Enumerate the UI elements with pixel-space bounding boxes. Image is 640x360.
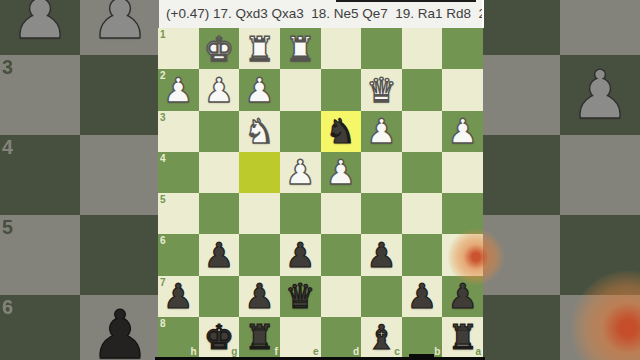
square-a2 xyxy=(560,0,640,55)
square-d7[interactable] xyxy=(321,276,362,317)
rank-label-5: 5 xyxy=(160,195,166,205)
square-b1[interactable] xyxy=(402,28,443,69)
square-e2[interactable] xyxy=(280,69,321,110)
square-a4[interactable] xyxy=(442,152,483,193)
square-c7[interactable] xyxy=(361,276,402,317)
square-d5[interactable] xyxy=(321,193,362,234)
square-h5: 5 xyxy=(0,215,80,295)
square-a5 xyxy=(560,215,640,295)
white-pawn[interactable]: ♟ xyxy=(204,73,234,107)
square-a8[interactable]: ♜a xyxy=(442,317,483,358)
square-b3[interactable] xyxy=(402,111,443,152)
square-d1[interactable] xyxy=(321,28,362,69)
square-a1[interactable] xyxy=(442,28,483,69)
square-a4 xyxy=(560,135,640,215)
square-h7[interactable]: ♟7 xyxy=(158,276,199,317)
black-pawn[interactable]: ♟ xyxy=(163,279,193,313)
square-c2[interactable]: ♛ xyxy=(361,69,402,110)
square-g5[interactable] xyxy=(199,193,240,234)
white-king[interactable]: ♚ xyxy=(204,32,234,66)
file-label-c: c xyxy=(394,347,400,357)
white-pawn[interactable]: ♟ xyxy=(285,155,315,189)
square-b5[interactable] xyxy=(402,193,443,234)
square-b4[interactable] xyxy=(402,152,443,193)
black-rook[interactable]: ♜ xyxy=(447,320,477,354)
black-pawn: ♟ xyxy=(90,302,150,360)
square-a6[interactable] xyxy=(442,234,483,275)
square-f2[interactable]: ♟ xyxy=(239,69,280,110)
square-h4: 4 xyxy=(0,135,80,215)
square-b6[interactable] xyxy=(402,234,443,275)
file-label-h: h xyxy=(191,347,197,357)
square-f7[interactable]: ♟ xyxy=(239,276,280,317)
black-queen[interactable]: ♛ xyxy=(285,279,315,313)
rank-label-6: 6 xyxy=(160,236,166,246)
rank-label-4: 4 xyxy=(2,137,13,157)
square-a3: ♟ xyxy=(560,55,640,135)
file-label-a: a xyxy=(475,347,481,357)
rank-label-8: 8 xyxy=(160,319,166,329)
square-b7[interactable]: ♟ xyxy=(402,276,443,317)
file-label-e: e xyxy=(313,347,319,357)
black-pawn[interactable]: ♟ xyxy=(407,279,437,313)
rank-label-3: 3 xyxy=(2,57,13,77)
white-pawn: ♟ xyxy=(10,0,70,49)
cutoff-ui-element xyxy=(409,354,434,360)
square-f8[interactable]: ♜f xyxy=(239,317,280,358)
square-h3[interactable]: 3 xyxy=(158,111,199,152)
square-d4[interactable]: ♟ xyxy=(321,152,362,193)
square-e3[interactable] xyxy=(280,111,321,152)
rank-label-3: 3 xyxy=(160,113,166,123)
white-rook[interactable]: ♜ xyxy=(285,32,315,66)
square-a3[interactable]: ♟ xyxy=(442,111,483,152)
square-b2 xyxy=(480,0,560,55)
square-e8[interactable]: e xyxy=(280,317,321,358)
square-f5[interactable] xyxy=(239,193,280,234)
square-h6: 6 xyxy=(0,295,80,360)
rank-label-2: 2 xyxy=(160,71,166,81)
file-label-f: f xyxy=(275,347,278,357)
square-f4[interactable] xyxy=(239,152,280,193)
file-label-b: b xyxy=(434,347,440,357)
square-h5[interactable]: 5 xyxy=(158,193,199,234)
square-f3[interactable]: ♞ xyxy=(239,111,280,152)
square-b2[interactable] xyxy=(402,69,443,110)
white-pawn[interactable]: ♟ xyxy=(326,155,356,189)
square-b4 xyxy=(480,135,560,215)
square-b6 xyxy=(480,295,560,360)
white-rook[interactable]: ♜ xyxy=(244,32,274,66)
square-g2: ♟ xyxy=(80,0,160,55)
square-d3[interactable]: ♞ xyxy=(321,111,362,152)
square-g3[interactable] xyxy=(199,111,240,152)
file-label-d: d xyxy=(353,347,359,357)
black-pawn[interactable]: ♟ xyxy=(204,238,234,272)
square-a5[interactable] xyxy=(442,193,483,234)
square-g6[interactable]: ♟ xyxy=(199,234,240,275)
square-e4[interactable]: ♟ xyxy=(280,152,321,193)
square-d6[interactable] xyxy=(321,234,362,275)
white-pawn[interactable]: ♟ xyxy=(244,73,274,107)
black-pawn[interactable]: ♟ xyxy=(366,238,396,272)
square-g7[interactable] xyxy=(199,276,240,317)
square-f6[interactable] xyxy=(239,234,280,275)
square-f1[interactable]: ♜ xyxy=(239,28,280,69)
square-e1[interactable]: ♜ xyxy=(280,28,321,69)
square-c5[interactable] xyxy=(361,193,402,234)
square-c8[interactable]: ♝c xyxy=(361,317,402,358)
square-a2[interactable] xyxy=(442,69,483,110)
chess-board[interactable]: 1♚♜♜♟2♟♟♛3♞♞♟♟4♟♟56♟♟♟♟7♟♛♟♟8h♚g♜fed♝cb♜… xyxy=(158,28,483,358)
rank-label-1: 1 xyxy=(160,30,166,40)
square-h2[interactable]: ♟2 xyxy=(158,69,199,110)
square-g4[interactable] xyxy=(199,152,240,193)
square-g1[interactable]: ♚ xyxy=(199,28,240,69)
square-g6: ♟ xyxy=(80,295,160,360)
black-bishop[interactable]: ♝ xyxy=(366,320,396,354)
rank-label-6: 6 xyxy=(2,297,13,317)
black-pawn[interactable]: ♟ xyxy=(285,238,315,272)
rank-label-7: 7 xyxy=(160,278,166,288)
square-e7[interactable]: ♛ xyxy=(280,276,321,317)
square-g4 xyxy=(80,135,160,215)
square-c3[interactable]: ♟ xyxy=(361,111,402,152)
white-pawn: ♟ xyxy=(90,0,150,49)
square-b3 xyxy=(480,55,560,135)
square-g2[interactable]: ♟ xyxy=(199,69,240,110)
engine-move-list-bar[interactable]: (+0.47) 17. Qxd3 Qxa3 18. Ne5 Qe7 19. Ra… xyxy=(159,0,484,28)
top-divider-line xyxy=(336,0,476,2)
square-h4[interactable]: 4 xyxy=(158,152,199,193)
square-g5 xyxy=(80,215,160,295)
white-knight[interactable]: ♞ xyxy=(244,114,274,148)
white-pawn: ♟ xyxy=(570,62,630,129)
square-c1[interactable] xyxy=(361,28,402,69)
square-e6[interactable]: ♟ xyxy=(280,234,321,275)
black-rook[interactable]: ♜ xyxy=(244,320,274,354)
white-pawn[interactable]: ♟ xyxy=(163,73,193,107)
square-a7[interactable]: ♟ xyxy=(442,276,483,317)
square-g3 xyxy=(80,55,160,135)
white-pawn[interactable]: ♟ xyxy=(366,114,396,148)
square-g8[interactable]: ♚g xyxy=(199,317,240,358)
square-h2: ♟2 xyxy=(0,0,80,55)
square-c4[interactable] xyxy=(361,152,402,193)
rank-label-4: 4 xyxy=(160,154,166,164)
black-knight[interactable]: ♞ xyxy=(326,114,356,148)
square-d8[interactable]: d xyxy=(321,317,362,358)
square-a6 xyxy=(560,295,640,360)
square-h8[interactable]: 8h xyxy=(158,317,199,358)
white-queen[interactable]: ♛ xyxy=(366,73,396,107)
square-c6[interactable]: ♟ xyxy=(361,234,402,275)
white-pawn[interactable]: ♟ xyxy=(447,114,477,148)
square-e5[interactable] xyxy=(280,193,321,234)
square-b5 xyxy=(480,215,560,295)
rank-label-5: 5 xyxy=(2,217,13,237)
black-king[interactable]: ♚ xyxy=(204,320,234,354)
square-h1[interactable]: 1 xyxy=(158,28,199,69)
square-h3: 3 xyxy=(0,55,80,135)
square-h6[interactable]: 6 xyxy=(158,234,199,275)
screen: 1♚♜♜♟2♟♟♛3♞♞♟♟4♟♟56♟♟♟♟7♟♛♟♟8h♚g♜fed♝cb♜… xyxy=(0,0,640,360)
square-b8[interactable]: b xyxy=(402,317,443,358)
file-label-g: g xyxy=(231,347,237,357)
black-pawn[interactable]: ♟ xyxy=(244,279,274,313)
black-pawn[interactable]: ♟ xyxy=(447,279,477,313)
square-d2[interactable] xyxy=(321,69,362,110)
